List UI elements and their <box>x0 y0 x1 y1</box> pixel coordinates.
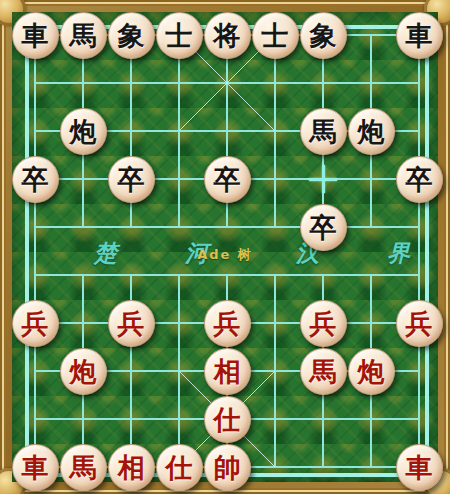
piece-red-soldier[interactable]: 兵 <box>12 300 59 347</box>
piece-red-horse[interactable]: 馬 <box>60 444 107 491</box>
piece-red-advisor[interactable]: 仕 <box>156 444 203 491</box>
piece-grid: 車馬象士将士象車炮馬炮卒卒卒卒卒兵兵兵兵兵炮相馬炮仕車馬相仕帥車 <box>11 11 443 491</box>
piece-black-advisor[interactable]: 士 <box>252 12 299 59</box>
piece-black-horse[interactable]: 馬 <box>300 108 347 155</box>
piece-black-soldier[interactable]: 卒 <box>108 156 155 203</box>
piece-black-horse[interactable]: 馬 <box>60 12 107 59</box>
piece-red-cannon[interactable]: 炮 <box>348 348 395 395</box>
piece-black-chariot[interactable]: 車 <box>396 12 443 59</box>
piece-black-elephant[interactable]: 象 <box>300 12 347 59</box>
piece-black-cannon[interactable]: 炮 <box>60 108 107 155</box>
piece-red-soldier[interactable]: 兵 <box>108 300 155 347</box>
piece-black-chariot[interactable]: 車 <box>12 12 59 59</box>
piece-black-general[interactable]: 将 <box>204 12 251 59</box>
piece-black-soldier[interactable]: 卒 <box>300 204 347 251</box>
piece-black-soldier[interactable]: 卒 <box>204 156 251 203</box>
xiangqi-board-app: 楚 河 Ade 树 汉 界 車馬象士将士象車炮馬炮卒卒卒卒卒兵兵兵兵兵炮相馬炮仕… <box>0 0 450 494</box>
piece-red-chariot[interactable]: 車 <box>396 444 443 491</box>
piece-red-elephant[interactable]: 相 <box>108 444 155 491</box>
piece-red-advisor[interactable]: 仕 <box>204 396 251 443</box>
piece-black-soldier[interactable]: 卒 <box>396 156 443 203</box>
piece-black-elephant[interactable]: 象 <box>108 12 155 59</box>
piece-red-horse[interactable]: 馬 <box>300 348 347 395</box>
piece-black-cannon[interactable]: 炮 <box>348 108 395 155</box>
piece-red-chariot[interactable]: 車 <box>12 444 59 491</box>
piece-red-general[interactable]: 帥 <box>204 444 251 491</box>
piece-black-soldier[interactable]: 卒 <box>12 156 59 203</box>
piece-red-soldier[interactable]: 兵 <box>204 300 251 347</box>
piece-red-soldier[interactable]: 兵 <box>300 300 347 347</box>
piece-red-cannon[interactable]: 炮 <box>60 348 107 395</box>
piece-red-elephant[interactable]: 相 <box>204 348 251 395</box>
piece-black-advisor[interactable]: 士 <box>156 12 203 59</box>
piece-red-soldier[interactable]: 兵 <box>396 300 443 347</box>
